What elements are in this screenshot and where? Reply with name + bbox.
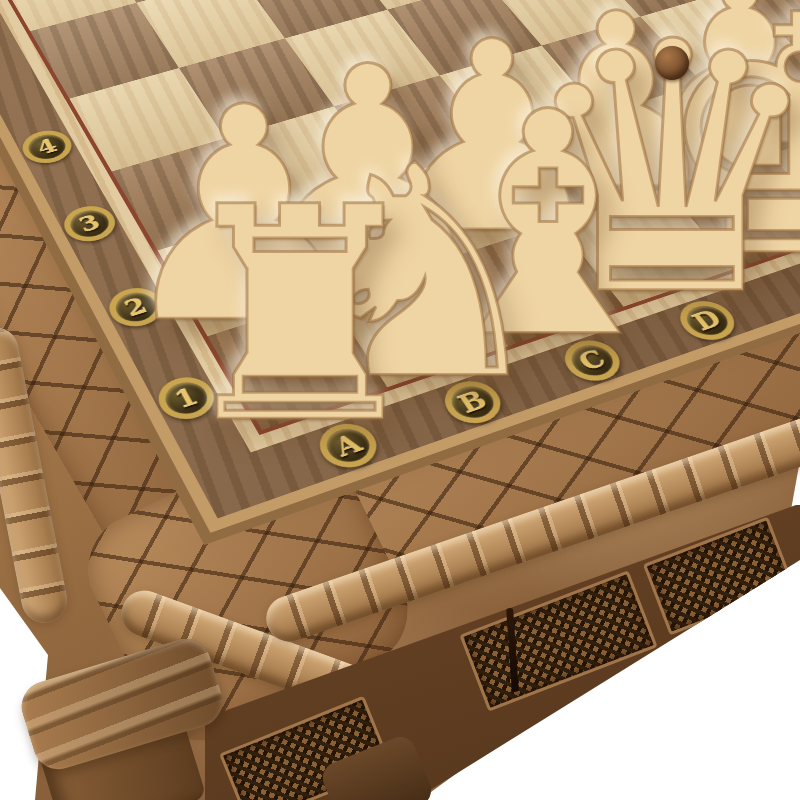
white-rook-a1[interactable]: ♜: [168, 169, 432, 464]
rank-medallion-4-label: 4: [34, 136, 61, 157]
chess-table-photo: 1234ABCD ♜♞♝♛♚♟♟♟♟♟: [0, 0, 800, 800]
rank-medallion-3-label: 3: [76, 212, 104, 235]
